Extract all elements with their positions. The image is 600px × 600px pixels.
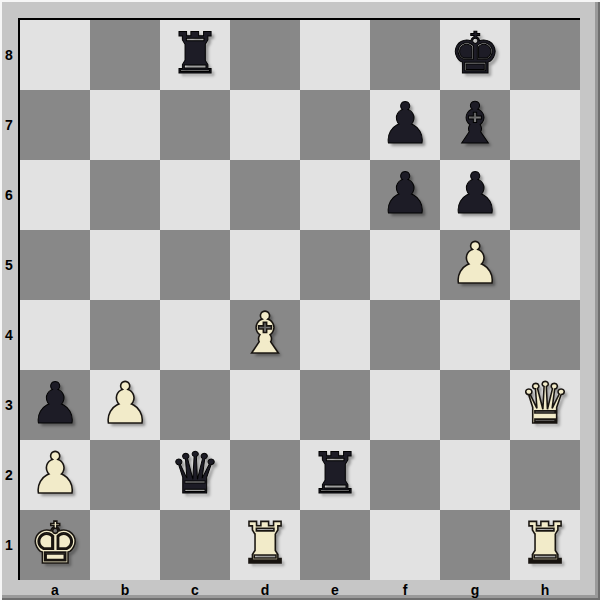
- white-pawn-a2[interactable]: ♟: [29, 445, 80, 502]
- rank-label-4: 4: [0, 300, 18, 370]
- square-d3[interactable]: [230, 370, 300, 440]
- square-d7[interactable]: [230, 90, 300, 160]
- chessboard: ♜♚♟♝♟♟♟♝♟♟♛♟♛♜♚♜♜: [18, 18, 580, 580]
- square-b8[interactable]: [90, 20, 160, 90]
- square-e5[interactable]: [300, 230, 370, 300]
- rank-label-8: 8: [0, 20, 18, 90]
- file-labels: abcdefgh: [20, 580, 580, 599]
- file-label-a: a: [20, 580, 90, 599]
- file-label-g: g: [440, 580, 510, 599]
- square-g7[interactable]: ♝: [440, 90, 510, 160]
- square-c2[interactable]: ♛: [160, 440, 230, 510]
- rank-labels: 87654321: [0, 20, 18, 580]
- chessboard-frame: 87654321 ♜♚♟♝♟♟♟♝♟♟♛♟♛♜♚♜♜ abcdefgh: [0, 0, 600, 600]
- square-g3[interactable]: [440, 370, 510, 440]
- square-b2[interactable]: [90, 440, 160, 510]
- square-h1[interactable]: ♜: [510, 510, 580, 580]
- file-label-f: f: [370, 580, 440, 599]
- rank-label-2: 2: [0, 440, 18, 510]
- square-e3[interactable]: [300, 370, 370, 440]
- black-pawn-f6[interactable]: ♟: [379, 165, 430, 222]
- square-h2[interactable]: [510, 440, 580, 510]
- square-g2[interactable]: [440, 440, 510, 510]
- square-g5[interactable]: ♟: [440, 230, 510, 300]
- square-f8[interactable]: [370, 20, 440, 90]
- square-g8[interactable]: ♚: [440, 20, 510, 90]
- square-g6[interactable]: ♟: [440, 160, 510, 230]
- rank-label-3: 3: [0, 370, 18, 440]
- square-b1[interactable]: [90, 510, 160, 580]
- square-a2[interactable]: ♟: [20, 440, 90, 510]
- file-label-c: c: [160, 580, 230, 599]
- square-f4[interactable]: [370, 300, 440, 370]
- square-f5[interactable]: [370, 230, 440, 300]
- black-rook-e2[interactable]: ♜: [309, 445, 360, 502]
- square-b7[interactable]: [90, 90, 160, 160]
- rank-label-6: 6: [0, 160, 18, 230]
- file-label-d: d: [230, 580, 300, 599]
- black-pawn-f7[interactable]: ♟: [379, 95, 430, 152]
- square-f1[interactable]: [370, 510, 440, 580]
- square-e6[interactable]: [300, 160, 370, 230]
- square-c6[interactable]: [160, 160, 230, 230]
- rank-label-7: 7: [0, 90, 18, 160]
- square-h8[interactable]: [510, 20, 580, 90]
- square-g1[interactable]: [440, 510, 510, 580]
- square-e2[interactable]: ♜: [300, 440, 370, 510]
- square-a7[interactable]: [20, 90, 90, 160]
- square-h6[interactable]: [510, 160, 580, 230]
- rank-label-1: 1: [0, 510, 18, 580]
- square-c3[interactable]: [160, 370, 230, 440]
- square-g4[interactable]: [440, 300, 510, 370]
- square-e1[interactable]: [300, 510, 370, 580]
- square-b4[interactable]: [90, 300, 160, 370]
- square-d2[interactable]: [230, 440, 300, 510]
- square-a5[interactable]: [20, 230, 90, 300]
- square-c1[interactable]: [160, 510, 230, 580]
- white-king-a1[interactable]: ♚: [29, 515, 80, 572]
- black-pawn-a3[interactable]: ♟: [29, 375, 80, 432]
- square-f6[interactable]: ♟: [370, 160, 440, 230]
- rank-label-5: 5: [0, 230, 18, 300]
- square-c5[interactable]: [160, 230, 230, 300]
- square-e8[interactable]: [300, 20, 370, 90]
- white-bishop-d4[interactable]: ♝: [239, 305, 290, 362]
- black-bishop-g7[interactable]: ♝: [449, 95, 500, 152]
- black-queen-c2[interactable]: ♛: [169, 445, 220, 502]
- square-d5[interactable]: [230, 230, 300, 300]
- square-b5[interactable]: [90, 230, 160, 300]
- white-rook-d1[interactable]: ♜: [239, 515, 290, 572]
- square-a1[interactable]: ♚: [20, 510, 90, 580]
- square-a6[interactable]: [20, 160, 90, 230]
- square-h3[interactable]: ♛: [510, 370, 580, 440]
- square-b3[interactable]: ♟: [90, 370, 160, 440]
- square-c8[interactable]: ♜: [160, 20, 230, 90]
- square-a3[interactable]: ♟: [20, 370, 90, 440]
- square-e7[interactable]: [300, 90, 370, 160]
- black-king-g8[interactable]: ♚: [449, 25, 500, 82]
- white-queen-h3[interactable]: ♛: [519, 375, 570, 432]
- black-pawn-g6[interactable]: ♟: [449, 165, 500, 222]
- square-a8[interactable]: [20, 20, 90, 90]
- square-f7[interactable]: ♟: [370, 90, 440, 160]
- square-h5[interactable]: [510, 230, 580, 300]
- square-d6[interactable]: [230, 160, 300, 230]
- square-c7[interactable]: [160, 90, 230, 160]
- square-b6[interactable]: [90, 160, 160, 230]
- square-f3[interactable]: [370, 370, 440, 440]
- square-d4[interactable]: ♝: [230, 300, 300, 370]
- square-d8[interactable]: [230, 20, 300, 90]
- square-d1[interactable]: ♜: [230, 510, 300, 580]
- white-pawn-b3[interactable]: ♟: [99, 375, 150, 432]
- square-h4[interactable]: [510, 300, 580, 370]
- square-c4[interactable]: [160, 300, 230, 370]
- black-rook-c8[interactable]: ♜: [169, 25, 220, 82]
- white-pawn-g5[interactable]: ♟: [449, 235, 500, 292]
- square-h7[interactable]: [510, 90, 580, 160]
- square-e4[interactable]: [300, 300, 370, 370]
- square-f2[interactable]: [370, 440, 440, 510]
- white-rook-h1[interactable]: ♜: [519, 515, 570, 572]
- file-label-b: b: [90, 580, 160, 599]
- square-a4[interactable]: [20, 300, 90, 370]
- file-label-e: e: [300, 580, 370, 599]
- file-label-h: h: [510, 580, 580, 599]
